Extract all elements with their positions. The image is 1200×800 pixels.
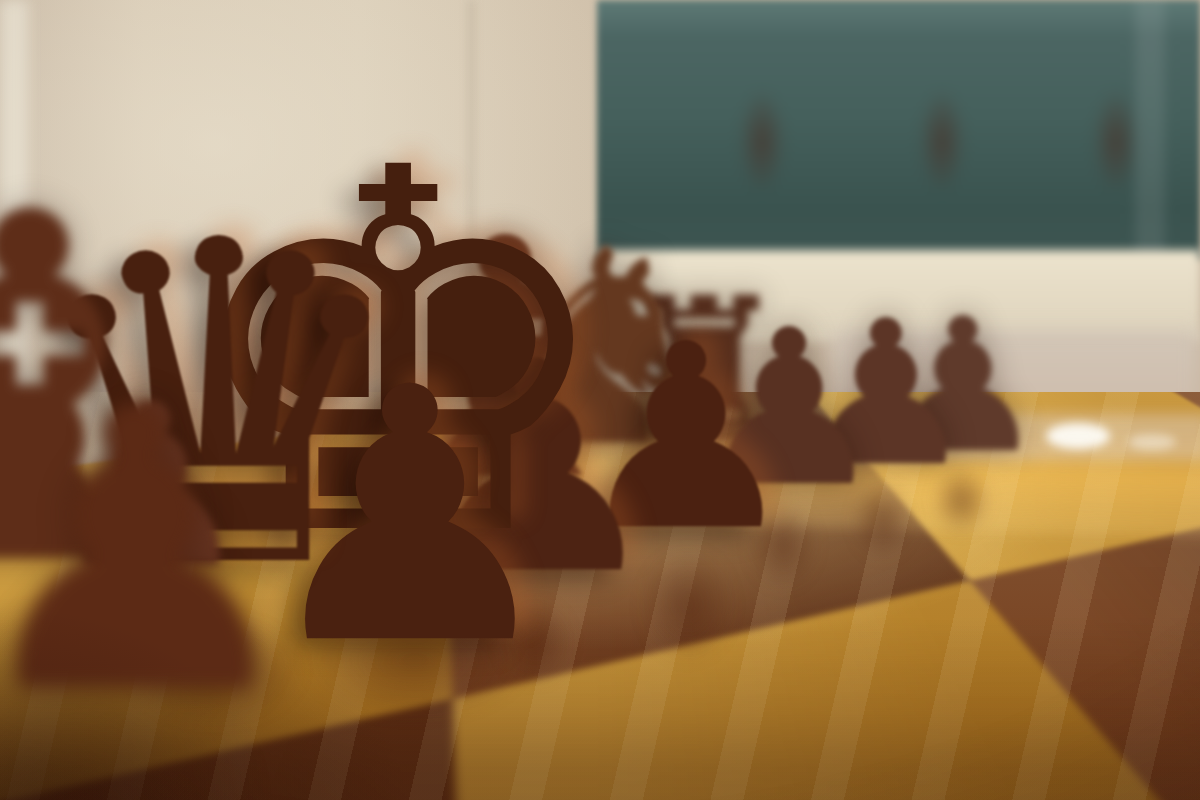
cabinet-handle-icon [1093, 90, 1139, 192]
cabinet-handle-icon [739, 90, 785, 192]
cabinet-handle-icon [919, 90, 965, 192]
photo-scene: ♟ ♜ ♟ ♟ ♞ ♟ ♝ ♟ ♚ ♟ ♛ ♟ ♝ ♟ [0, 0, 1200, 800]
cabinet-edge-stripe [1135, 0, 1165, 260]
piece-pawn-a7: ♟ [0, 367, 310, 738]
